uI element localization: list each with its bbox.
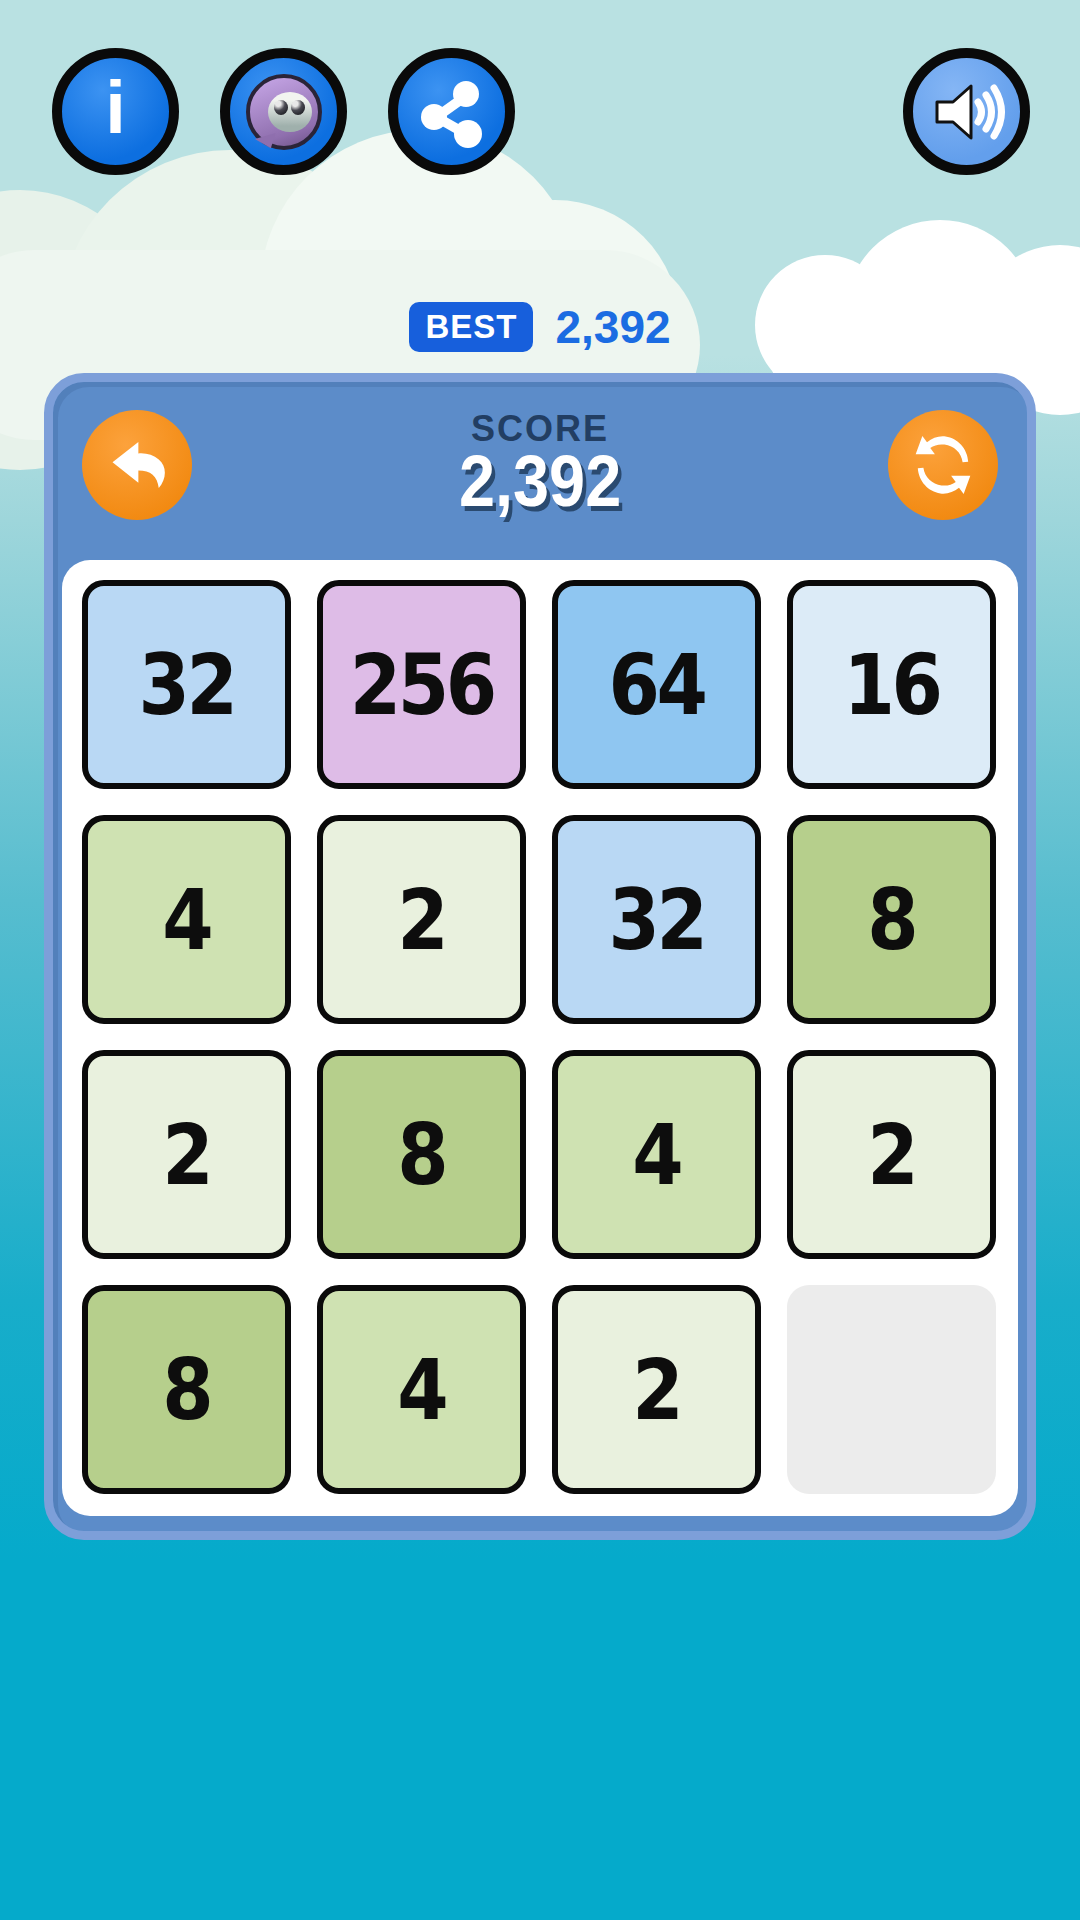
- character-icon: [246, 74, 322, 150]
- app-background: { "game": "2048", "position": "32,256,64…: [0, 0, 1080, 1920]
- tile-64: 64: [552, 580, 761, 789]
- tile-4: 4: [82, 815, 291, 1024]
- share-icon: [416, 76, 488, 148]
- tile-32: 32: [82, 580, 291, 789]
- sound-icon: [927, 72, 1007, 152]
- tile-4: 4: [552, 1050, 761, 1259]
- game-panel: SCORE 2,392 322566416423282842842: [44, 373, 1036, 1540]
- refresh-icon: [909, 431, 977, 499]
- empty-cell: [787, 1285, 996, 1494]
- info-icon: i: [105, 71, 126, 145]
- restart-button[interactable]: [888, 410, 998, 520]
- tile-2: 2: [787, 1050, 996, 1259]
- tile-2: 2: [317, 815, 526, 1024]
- best-value: 2,392: [555, 300, 670, 354]
- share-button[interactable]: [388, 48, 515, 175]
- sound-button[interactable]: [903, 48, 1030, 175]
- info-button[interactable]: i: [52, 48, 179, 175]
- tile-32: 32: [552, 815, 761, 1024]
- best-badge: BEST: [409, 302, 533, 352]
- tile-8: 8: [787, 815, 996, 1024]
- tile-8: 8: [82, 1285, 291, 1494]
- tile-8: 8: [317, 1050, 526, 1259]
- tile-256: 256: [317, 580, 526, 789]
- score-value: 2,392: [53, 440, 1027, 522]
- tile-2: 2: [82, 1050, 291, 1259]
- tile-2: 2: [552, 1285, 761, 1494]
- panel-header: SCORE 2,392: [53, 382, 1027, 560]
- character-button[interactable]: [220, 48, 347, 175]
- tile-16: 16: [787, 580, 996, 789]
- tile-4: 4: [317, 1285, 526, 1494]
- board-grid[interactable]: 322566416423282842842: [62, 560, 1018, 1516]
- best-row: BEST 2,392: [0, 300, 1080, 354]
